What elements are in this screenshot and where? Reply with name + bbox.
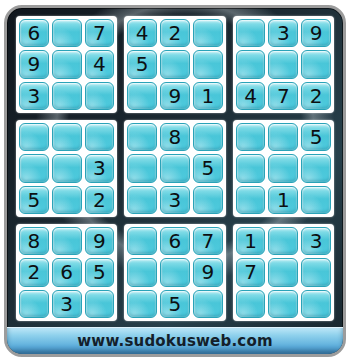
sudoku-cell[interactable]: 4: [236, 82, 266, 110]
sudoku-box: 42591: [124, 16, 225, 113]
sudoku-cell[interactable]: 4: [85, 50, 115, 78]
sudoku-cell[interactable]: 7: [193, 227, 223, 255]
sudoku-box: 137: [233, 224, 334, 321]
sudoku-box: 51: [233, 120, 334, 217]
site-url: www.sudokusweb.com: [77, 332, 272, 350]
sudoku-cell[interactable]: [268, 227, 298, 255]
sudoku-cell[interactable]: [52, 50, 82, 78]
sudoku-cell[interactable]: 5: [127, 50, 157, 78]
sudoku-cell[interactable]: 3: [85, 154, 115, 182]
sudoku-cell[interactable]: 9: [193, 258, 223, 286]
sudoku-cell[interactable]: [52, 186, 82, 214]
sudoku-cell[interactable]: 3: [160, 186, 190, 214]
sudoku-cell[interactable]: [52, 82, 82, 110]
sudoku-cell[interactable]: 6: [19, 19, 49, 47]
sudoku-cell[interactable]: 9: [85, 227, 115, 255]
sudoku-cell[interactable]: [85, 123, 115, 151]
sudoku-cell[interactable]: [160, 154, 190, 182]
sudoku-cell[interactable]: 2: [301, 82, 331, 110]
sudoku-cell[interactable]: 7: [268, 82, 298, 110]
sudoku-cell[interactable]: [127, 123, 157, 151]
sudoku-cell[interactable]: [193, 19, 223, 47]
sudoku-cell[interactable]: [236, 290, 266, 318]
sudoku-cell[interactable]: [127, 290, 157, 318]
sudoku-cell[interactable]: [301, 258, 331, 286]
sudoku-cell[interactable]: [268, 154, 298, 182]
sudoku-box: 892653: [16, 224, 117, 321]
sudoku-grid: 679434259139472352853518926536795137: [7, 8, 343, 327]
sudoku-cell[interactable]: [19, 123, 49, 151]
sudoku-cell[interactable]: [160, 50, 190, 78]
sudoku-box: 67943: [16, 16, 117, 113]
sudoku-cell[interactable]: 3: [19, 82, 49, 110]
sudoku-cell[interactable]: 5: [301, 123, 331, 151]
sudoku-box: 39472: [233, 16, 334, 113]
sudoku-cell[interactable]: [193, 123, 223, 151]
sudoku-cell[interactable]: [301, 154, 331, 182]
sudoku-cell[interactable]: [127, 227, 157, 255]
sudoku-cell[interactable]: [268, 290, 298, 318]
sudoku-cell[interactable]: 2: [160, 19, 190, 47]
sudoku-cell[interactable]: [52, 123, 82, 151]
sudoku-cell[interactable]: [301, 50, 331, 78]
sudoku-cell[interactable]: [85, 290, 115, 318]
sudoku-cell[interactable]: 5: [85, 258, 115, 286]
sudoku-cell[interactable]: 7: [85, 19, 115, 47]
sudoku-cell[interactable]: [19, 290, 49, 318]
sudoku-cell[interactable]: [236, 50, 266, 78]
sudoku-cell[interactable]: 8: [160, 123, 190, 151]
sudoku-cell[interactable]: 9: [160, 82, 190, 110]
sudoku-cell[interactable]: 1: [193, 82, 223, 110]
sudoku-cell[interactable]: [19, 154, 49, 182]
sudoku-cell[interactable]: [236, 186, 266, 214]
sudoku-cell[interactable]: [52, 227, 82, 255]
sudoku-cell[interactable]: 7: [236, 258, 266, 286]
sudoku-cell[interactable]: 3: [52, 290, 82, 318]
sudoku-cell[interactable]: 3: [268, 19, 298, 47]
sudoku-cell[interactable]: [52, 154, 82, 182]
sudoku-box: 352: [16, 120, 117, 217]
sudoku-box: 853: [124, 120, 225, 217]
sudoku-cell[interactable]: [85, 82, 115, 110]
sudoku-cell[interactable]: 1: [236, 227, 266, 255]
sudoku-cell[interactable]: [236, 154, 266, 182]
sudoku-box: 6795: [124, 224, 225, 321]
sudoku-cell[interactable]: [236, 123, 266, 151]
sudoku-cell[interactable]: [127, 82, 157, 110]
sudoku-cell[interactable]: [268, 258, 298, 286]
sudoku-board: 679434259139472352853518926536795137 www…: [4, 5, 346, 357]
sudoku-cell[interactable]: [193, 290, 223, 318]
sudoku-cell[interactable]: [268, 50, 298, 78]
sudoku-cell[interactable]: 9: [19, 50, 49, 78]
sudoku-cell[interactable]: 6: [52, 258, 82, 286]
sudoku-cell[interactable]: 9: [301, 19, 331, 47]
sudoku-page: 679434259139472352853518926536795137 www…: [0, 0, 350, 360]
sudoku-cell[interactable]: [301, 186, 331, 214]
footer-bar: www.sudokusweb.com: [7, 327, 343, 354]
sudoku-cell[interactable]: 6: [160, 227, 190, 255]
sudoku-cell[interactable]: [301, 290, 331, 318]
sudoku-cell[interactable]: 3: [301, 227, 331, 255]
sudoku-cell[interactable]: 2: [85, 186, 115, 214]
sudoku-cell[interactable]: [193, 50, 223, 78]
sudoku-cell[interactable]: 1: [268, 186, 298, 214]
sudoku-cell[interactable]: [193, 186, 223, 214]
sudoku-cell[interactable]: 2: [19, 258, 49, 286]
sudoku-cell[interactable]: [127, 186, 157, 214]
sudoku-cell[interactable]: 5: [193, 154, 223, 182]
sudoku-cell[interactable]: 5: [160, 290, 190, 318]
sudoku-cell[interactable]: 8: [19, 227, 49, 255]
sudoku-cell[interactable]: 4: [127, 19, 157, 47]
sudoku-cell[interactable]: [52, 19, 82, 47]
sudoku-cell[interactable]: [268, 123, 298, 151]
sudoku-cell[interactable]: [127, 258, 157, 286]
sudoku-cell[interactable]: [236, 19, 266, 47]
sudoku-cell[interactable]: [160, 258, 190, 286]
sudoku-cell[interactable]: [127, 154, 157, 182]
sudoku-cell[interactable]: 5: [19, 186, 49, 214]
